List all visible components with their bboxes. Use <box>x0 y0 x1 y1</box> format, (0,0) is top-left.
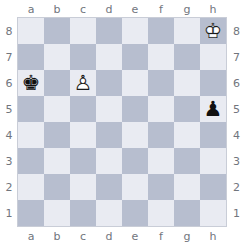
corner-spacer <box>0 0 18 18</box>
square-g8[interactable] <box>174 18 200 44</box>
square-a5[interactable] <box>18 96 44 122</box>
file-label-top-f: f <box>148 0 174 18</box>
piece-black-king[interactable]: ♚ <box>18 70 44 96</box>
rank-label-right-4: 4 <box>226 122 247 148</box>
square-h4[interactable] <box>200 122 226 148</box>
square-c8[interactable] <box>70 18 96 44</box>
square-h1[interactable] <box>200 200 226 226</box>
square-d4[interactable] <box>96 122 122 148</box>
square-g6[interactable] <box>174 70 200 96</box>
square-g1[interactable] <box>174 200 200 226</box>
rank-label-right-2: 2 <box>226 174 247 200</box>
square-f3[interactable] <box>148 148 174 174</box>
rank-label-right-1: 1 <box>226 200 247 226</box>
square-c3[interactable] <box>70 148 96 174</box>
square-h3[interactable] <box>200 148 226 174</box>
square-f2[interactable] <box>148 174 174 200</box>
file-label-top-d: d <box>96 0 122 18</box>
square-f7[interactable] <box>148 44 174 70</box>
square-d8[interactable] <box>96 18 122 44</box>
file-label-top-a: a <box>18 0 44 18</box>
rank-label-left-4: 4 <box>0 122 18 148</box>
file-label-bottom-c: c <box>70 226 96 247</box>
rank-label-right-5: 5 <box>226 96 247 122</box>
square-e5[interactable] <box>122 96 148 122</box>
rank-label-left-1: 1 <box>0 200 18 226</box>
square-b8[interactable] <box>44 18 70 44</box>
corner-spacer <box>226 0 247 18</box>
square-h7[interactable] <box>200 44 226 70</box>
file-label-bottom-d: d <box>96 226 122 247</box>
square-g5[interactable] <box>174 96 200 122</box>
rank-label-right-7: 7 <box>226 44 247 70</box>
square-g3[interactable] <box>174 148 200 174</box>
rank-label-right-3: 3 <box>226 148 247 174</box>
square-a6[interactable]: ♚ <box>18 70 44 96</box>
square-h6[interactable] <box>200 70 226 96</box>
rank-label-left-3: 3 <box>0 148 18 174</box>
square-a8[interactable] <box>18 18 44 44</box>
square-d6[interactable] <box>96 70 122 96</box>
rank-label-left-5: 5 <box>0 96 18 122</box>
square-a7[interactable] <box>18 44 44 70</box>
square-e8[interactable] <box>122 18 148 44</box>
file-label-bottom-h: h <box>200 226 226 247</box>
square-a4[interactable] <box>18 122 44 148</box>
file-label-bottom-f: f <box>148 226 174 247</box>
rank-label-left-7: 7 <box>0 44 18 70</box>
square-f1[interactable] <box>148 200 174 226</box>
file-label-bottom-a: a <box>18 226 44 247</box>
square-c4[interactable] <box>70 122 96 148</box>
file-label-top-e: e <box>122 0 148 18</box>
rank-label-left-2: 2 <box>0 174 18 200</box>
file-label-top-h: h <box>200 0 226 18</box>
square-e4[interactable] <box>122 122 148 148</box>
square-f6[interactable] <box>148 70 174 96</box>
corner-spacer <box>226 226 247 247</box>
square-g4[interactable] <box>174 122 200 148</box>
square-d3[interactable] <box>96 148 122 174</box>
square-e6[interactable] <box>122 70 148 96</box>
square-f4[interactable] <box>148 122 174 148</box>
chess-board-diagram: abcdefgh8♚♔8776♚♟♙65♟544332211abcdefgh <box>0 0 247 247</box>
square-d1[interactable] <box>96 200 122 226</box>
square-h2[interactable] <box>200 174 226 200</box>
square-b2[interactable] <box>44 174 70 200</box>
square-a1[interactable] <box>18 200 44 226</box>
rank-label-right-6: 6 <box>226 70 247 96</box>
square-c2[interactable] <box>70 174 96 200</box>
file-label-bottom-b: b <box>44 226 70 247</box>
square-e2[interactable] <box>122 174 148 200</box>
file-label-top-b: b <box>44 0 70 18</box>
square-e7[interactable] <box>122 44 148 70</box>
square-c6[interactable]: ♟♙ <box>70 70 96 96</box>
square-f5[interactable] <box>148 96 174 122</box>
square-e3[interactable] <box>122 148 148 174</box>
square-a2[interactable] <box>18 174 44 200</box>
file-label-top-g: g <box>174 0 200 18</box>
square-b3[interactable] <box>44 148 70 174</box>
rank-label-left-6: 6 <box>0 70 18 96</box>
square-d2[interactable] <box>96 174 122 200</box>
square-c1[interactable] <box>70 200 96 226</box>
square-g7[interactable] <box>174 44 200 70</box>
file-label-bottom-g: g <box>174 226 200 247</box>
square-e1[interactable] <box>122 200 148 226</box>
square-a3[interactable] <box>18 148 44 174</box>
square-b1[interactable] <box>44 200 70 226</box>
square-b4[interactable] <box>44 122 70 148</box>
square-g2[interactable] <box>174 174 200 200</box>
square-f8[interactable] <box>148 18 174 44</box>
square-b6[interactable] <box>44 70 70 96</box>
piece-white-king-outline: ♔ <box>200 18 226 44</box>
file-label-top-c: c <box>70 0 96 18</box>
square-b5[interactable] <box>44 96 70 122</box>
square-b7[interactable] <box>44 44 70 70</box>
square-h8[interactable]: ♚♔ <box>200 18 226 44</box>
rank-label-right-8: 8 <box>226 18 247 44</box>
square-c5[interactable] <box>70 96 96 122</box>
square-d5[interactable] <box>96 96 122 122</box>
piece-white-pawn-outline: ♙ <box>70 70 96 96</box>
file-label-bottom-e: e <box>122 226 148 247</box>
square-c7[interactable] <box>70 44 96 70</box>
square-h5[interactable]: ♟ <box>200 96 226 122</box>
piece-black-pawn[interactable]: ♟ <box>200 96 226 122</box>
rank-label-left-8: 8 <box>0 18 18 44</box>
square-d7[interactable] <box>96 44 122 70</box>
corner-spacer <box>0 226 18 247</box>
